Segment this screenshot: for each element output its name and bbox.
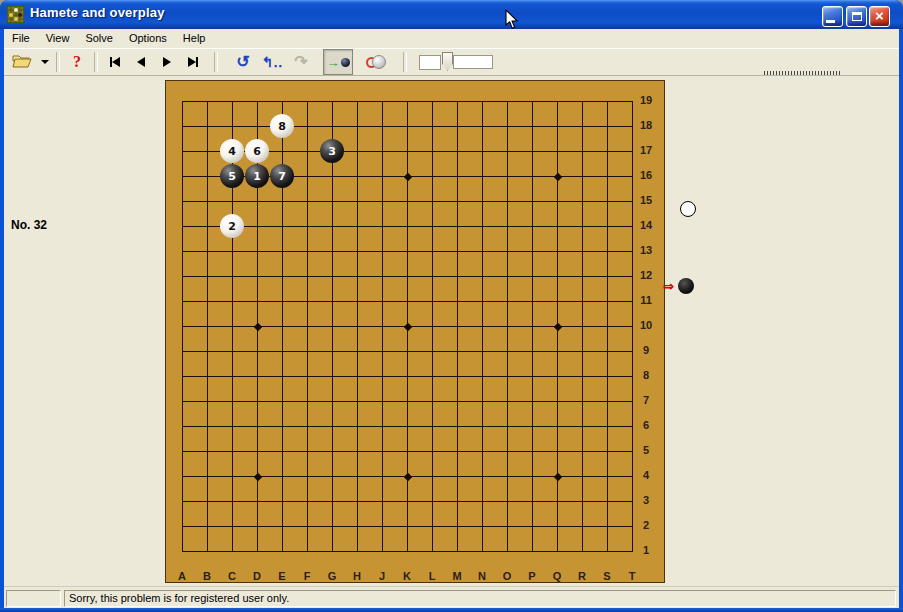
status-left-panel	[6, 590, 61, 607]
grid-line	[182, 426, 633, 427]
star-point	[254, 473, 262, 481]
slider-ticks	[764, 71, 842, 75]
close-button[interactable]: ×	[869, 6, 890, 27]
restart-button[interactable]: ↺	[230, 49, 256, 75]
star-point	[404, 173, 412, 181]
column-label: B	[197, 570, 217, 582]
question-icon: ?	[73, 53, 81, 71]
stone-white-C17[interactable]: 4	[220, 139, 244, 163]
minimize-icon	[826, 20, 835, 23]
column-label: L	[422, 570, 442, 582]
star-point	[404, 323, 412, 331]
row-label: 6	[636, 419, 656, 431]
rotate-icon: ↺	[236, 54, 249, 70]
to-move-arrow-icon: ⇒	[663, 279, 674, 294]
stone-white-D17[interactable]: 6	[245, 139, 269, 163]
menu-help[interactable]: Help	[175, 30, 214, 47]
move-number: 4	[228, 145, 236, 158]
menu-solve[interactable]: Solve	[77, 30, 121, 47]
column-label: K	[397, 570, 417, 582]
stone-white-C14[interactable]: 2	[220, 214, 244, 238]
takeback-icon: ↰‥	[261, 54, 282, 70]
grid-line	[582, 101, 583, 552]
grid-line	[507, 101, 508, 552]
go-board[interactable]: ABCDEFGHJKLMNOPQRST191817161514131211109…	[165, 80, 665, 583]
menu-file[interactable]: File	[4, 30, 38, 47]
move-number: 1	[253, 170, 261, 183]
close-icon: ×	[875, 8, 884, 23]
star-point	[254, 323, 262, 331]
first-move-button[interactable]	[103, 49, 127, 75]
row-label: 1	[636, 544, 656, 556]
row-label: 5	[636, 444, 656, 456]
slider-track-box[interactable]	[453, 55, 493, 69]
column-label: T	[622, 570, 642, 582]
maximize-icon	[852, 12, 862, 21]
toolbar-separator	[214, 52, 218, 72]
grid-line	[632, 101, 633, 552]
app-icon	[7, 6, 24, 23]
grid-line	[182, 526, 633, 527]
move-number: 3	[328, 145, 336, 158]
black-player-indicator	[678, 278, 694, 294]
menu-bar: File View Solve Options Help	[4, 29, 899, 48]
row-label: 14	[636, 219, 656, 231]
toolbar-separator	[56, 52, 60, 72]
help-button[interactable]: ?	[65, 49, 89, 75]
grid-line	[182, 376, 633, 377]
play-arrow-icon: →	[327, 55, 340, 70]
column-label: R	[572, 570, 592, 582]
column-label: A	[172, 570, 192, 582]
column-label: E	[272, 570, 292, 582]
minimize-button[interactable]	[822, 6, 843, 27]
move-number: 7	[278, 170, 286, 183]
column-label: N	[472, 570, 492, 582]
last-move-button[interactable]	[181, 49, 205, 75]
column-label: G	[322, 570, 342, 582]
row-label: 8	[636, 369, 656, 381]
row-label: 4	[636, 469, 656, 481]
grid-line	[432, 101, 433, 552]
move-number: 2	[228, 220, 236, 233]
solve-mode-button[interactable]: →	[323, 49, 353, 75]
white-player-indicator	[680, 201, 696, 217]
move-number: 5	[228, 170, 236, 183]
last-icon	[188, 57, 196, 67]
grid-line	[482, 101, 483, 552]
open-problem-button[interactable]	[8, 49, 36, 75]
row-label: 13	[636, 244, 656, 256]
toolbar: ? ↺ ↰‥ ↷ →	[4, 48, 899, 76]
window-title: Hamete and overplay	[30, 5, 165, 20]
menu-view[interactable]: View	[38, 30, 78, 47]
row-label: 17	[636, 144, 656, 156]
problem-number-label: No. 32	[11, 218, 47, 232]
column-label: S	[597, 570, 617, 582]
grid-line	[182, 451, 633, 452]
takeback-button[interactable]: ↰‥	[258, 49, 286, 75]
star-point	[554, 473, 562, 481]
stone-black-D16[interactable]: 1	[245, 164, 269, 188]
star-point	[554, 323, 562, 331]
row-label: 3	[636, 494, 656, 506]
grid-line	[182, 501, 633, 502]
grid-line	[532, 101, 533, 552]
grid-line	[607, 101, 608, 552]
column-label: Q	[547, 570, 567, 582]
dropdown-arrow-icon	[41, 60, 49, 64]
column-label: F	[297, 570, 317, 582]
grid-line	[182, 401, 633, 402]
move-number: 8	[278, 120, 286, 133]
column-label: D	[247, 570, 267, 582]
white-stone-icon	[372, 55, 386, 69]
column-label: J	[372, 570, 392, 582]
column-label: H	[347, 570, 367, 582]
redo-disabled-icon: ↷	[294, 54, 307, 70]
row-label: 16	[636, 169, 656, 181]
next-move-button[interactable]	[155, 49, 179, 75]
column-label: O	[497, 570, 517, 582]
row-label: 18	[636, 119, 656, 131]
level-slider-group	[419, 49, 493, 75]
star-point	[554, 173, 562, 181]
column-label: M	[447, 570, 467, 582]
stone-black-E16[interactable]: 7	[270, 164, 294, 188]
previous-icon	[137, 57, 145, 67]
window-frame	[0, 608, 903, 612]
status-bar: Sorry, this problem is for registered us…	[4, 586, 899, 609]
stone-white-E18[interactable]: 8	[270, 114, 294, 138]
title-bar[interactable]: Hamete and overplay ×	[0, 0, 903, 29]
row-label: 12	[636, 269, 656, 281]
next-icon	[163, 57, 171, 67]
menu-options[interactable]: Options	[121, 30, 175, 47]
toolbar-separator	[94, 52, 98, 72]
row-label: 15	[636, 194, 656, 206]
star-point	[404, 473, 412, 481]
row-label: 9	[636, 344, 656, 356]
app-window: Hamete and overplay × File View Solve Op…	[0, 0, 903, 612]
open-folder-icon	[12, 53, 32, 72]
move-number: 6	[253, 145, 261, 158]
column-label: C	[222, 570, 242, 582]
grid-line	[182, 551, 633, 552]
toolbar-separator	[403, 52, 407, 72]
stone-black-G17[interactable]: 3	[320, 139, 344, 163]
slider-value-box[interactable]	[419, 55, 441, 70]
grid-line	[457, 101, 458, 552]
status-message: Sorry, this problem is for registered us…	[64, 590, 896, 607]
row-label: 11	[636, 294, 656, 306]
row-label: 2	[636, 519, 656, 531]
row-label: 19	[636, 94, 656, 106]
black-stone-icon	[341, 58, 350, 67]
slider-thumb[interactable]	[442, 52, 453, 71]
row-label: 10	[636, 319, 656, 331]
grid-line	[182, 351, 633, 352]
maximize-button[interactable]	[846, 6, 867, 27]
redo-button[interactable]: ↷	[288, 49, 314, 75]
open-dropdown-button[interactable]	[38, 49, 51, 75]
row-label: 7	[636, 394, 656, 406]
column-label: P	[522, 570, 542, 582]
stone-black-C16[interactable]: 5	[220, 164, 244, 188]
previous-move-button[interactable]	[129, 49, 153, 75]
hint-button[interactable]	[360, 49, 392, 75]
